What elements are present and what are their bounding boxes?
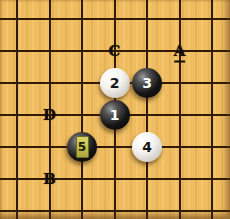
- grid-line-vertical: [146, 0, 148, 219]
- point-label-text: B: [43, 170, 56, 188]
- stone-black-3: 3: [132, 68, 162, 98]
- point-label-text: D: [43, 106, 56, 124]
- stone-black-5: 5: [67, 132, 97, 162]
- grid-line-vertical: [211, 0, 213, 219]
- point-label-b[interactable]: B: [43, 172, 56, 187]
- stone-black-1: 1: [100, 100, 130, 130]
- point-label-a[interactable]: A: [174, 44, 186, 59]
- grid-line-horizontal: [0, 178, 230, 180]
- point-label-c[interactable]: C: [109, 44, 121, 59]
- grid-line-horizontal: [0, 146, 230, 148]
- grid-line-horizontal: [0, 210, 230, 212]
- go-board[interactable]: 12345 ABCD: [0, 0, 230, 219]
- stone-white-2: 2: [100, 68, 130, 98]
- grid-line-vertical: [81, 0, 83, 219]
- grid-line-horizontal: [0, 18, 230, 20]
- stone-white-4: 4: [132, 132, 162, 162]
- grid-line-vertical: [16, 0, 18, 219]
- point-label-d[interactable]: D: [43, 108, 56, 123]
- point-label-text: C: [109, 42, 121, 60]
- grid-line-vertical: [179, 0, 181, 219]
- point-label-text: A: [174, 42, 186, 63]
- last-move-tag: 5: [76, 136, 89, 158]
